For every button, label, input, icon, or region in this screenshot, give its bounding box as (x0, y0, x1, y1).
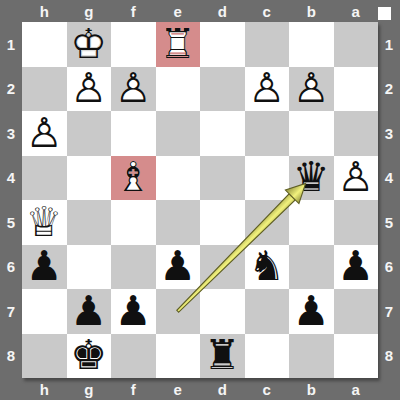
board-frame: hgfedcba hgfedcba 12345678 12345678 ♚♔♜♖… (0, 0, 400, 400)
piece-glyph: ♖ (159, 24, 196, 65)
piece-glyph: ♙ (248, 68, 285, 109)
square-e5[interactable] (156, 200, 201, 245)
square-f8[interactable] (111, 334, 156, 379)
square-a3[interactable] (334, 111, 379, 156)
rank-label-7: 7 (378, 289, 400, 334)
square-c7[interactable] (245, 289, 290, 334)
square-f7[interactable]: ♟ (111, 289, 156, 334)
white-pawn[interactable]: ♟♙ (337, 157, 374, 198)
white-pawn[interactable]: ♟♙ (70, 68, 107, 109)
rank-label-3: 3 (0, 111, 22, 156)
square-b6[interactable] (289, 245, 334, 290)
black-pawn[interactable]: ♟ (159, 246, 196, 287)
piece-glyph: ♙ (293, 68, 330, 109)
piece-glyph: ♔ (70, 24, 107, 65)
file-label-h: h (22, 0, 67, 22)
square-b3[interactable] (289, 111, 334, 156)
square-a1[interactable] (334, 22, 379, 67)
square-e8[interactable] (156, 334, 201, 379)
square-b4[interactable]: ♛ (289, 156, 334, 201)
square-g6[interactable] (67, 245, 112, 290)
piece-glyph: ♙ (337, 157, 374, 198)
square-a6[interactable]: ♟ (334, 245, 379, 290)
square-f4[interactable]: ♝♗ (111, 156, 156, 201)
square-b5[interactable] (289, 200, 334, 245)
square-c2[interactable]: ♟♙ (245, 67, 290, 112)
file-label-f: f (111, 378, 156, 400)
rank-label-2: 2 (0, 67, 22, 112)
piece-glyph: ♟ (293, 291, 330, 332)
rank-label-3: 3 (378, 111, 400, 156)
black-pawn[interactable]: ♟ (26, 246, 63, 287)
square-b1[interactable] (289, 22, 334, 67)
white-pawn[interactable]: ♟♙ (293, 68, 330, 109)
square-c8[interactable] (245, 334, 290, 379)
rank-label-1: 1 (378, 22, 400, 67)
rank-labels-right: 12345678 (378, 22, 400, 378)
square-h3[interactable]: ♟♙ (22, 111, 67, 156)
square-h5[interactable]: ♛♕ (22, 200, 67, 245)
piece-glyph: ♕ (26, 202, 63, 243)
square-a2[interactable] (334, 67, 379, 112)
square-g2[interactable]: ♟♙ (67, 67, 112, 112)
file-label-a: a (334, 0, 379, 22)
file-label-b: b (289, 378, 334, 400)
square-a7[interactable] (334, 289, 379, 334)
black-queen[interactable]: ♛ (293, 157, 330, 198)
piece-glyph: ♟ (70, 291, 107, 332)
square-g3[interactable] (67, 111, 112, 156)
square-c4[interactable] (245, 156, 290, 201)
square-g7[interactable]: ♟ (67, 289, 112, 334)
square-d2[interactable] (200, 67, 245, 112)
white-king[interactable]: ♚♔ (70, 24, 107, 65)
rank-label-6: 6 (0, 245, 22, 290)
piece-glyph: ♛ (293, 157, 330, 198)
square-f6[interactable] (111, 245, 156, 290)
piece-glyph: ♟ (337, 246, 374, 287)
piece-glyph: ♜ (204, 335, 241, 376)
black-knight[interactable]: ♞ (248, 246, 285, 287)
square-f1[interactable] (111, 22, 156, 67)
piece-glyph: ♚ (70, 335, 107, 376)
file-label-a: a (334, 378, 379, 400)
black-king[interactable]: ♚ (70, 335, 107, 376)
rank-label-8: 8 (378, 334, 400, 379)
square-h1[interactable] (22, 22, 67, 67)
square-c3[interactable] (245, 111, 290, 156)
rank-label-5: 5 (0, 200, 22, 245)
file-labels-bottom: hgfedcba (22, 378, 378, 400)
square-g5[interactable] (67, 200, 112, 245)
file-label-c: c (245, 378, 290, 400)
square-d7[interactable] (200, 289, 245, 334)
piece-glyph: ♞ (248, 246, 285, 287)
square-h2[interactable] (22, 67, 67, 112)
square-b2[interactable]: ♟♙ (289, 67, 334, 112)
square-h7[interactable] (22, 289, 67, 334)
square-g4[interactable] (67, 156, 112, 201)
square-a5[interactable] (334, 200, 379, 245)
square-d6[interactable] (200, 245, 245, 290)
file-label-d: d (200, 0, 245, 22)
white-pawn[interactable]: ♟♙ (26, 113, 63, 154)
white-pawn[interactable]: ♟♙ (248, 68, 285, 109)
square-c5[interactable] (245, 200, 290, 245)
white-bishop[interactable]: ♝♗ (115, 157, 152, 198)
white-square-icon[interactable] (378, 7, 391, 20)
square-e2[interactable] (156, 67, 201, 112)
white-pawn[interactable]: ♟♙ (115, 68, 152, 109)
square-c1[interactable] (245, 22, 290, 67)
square-c6[interactable]: ♞ (245, 245, 290, 290)
piece-glyph: ♙ (70, 68, 107, 109)
square-a4[interactable]: ♟♙ (334, 156, 379, 201)
square-d4[interactable] (200, 156, 245, 201)
rank-label-8: 8 (0, 334, 22, 379)
square-d1[interactable] (200, 22, 245, 67)
rank-label-1: 1 (0, 22, 22, 67)
piece-glyph: ♗ (115, 157, 152, 198)
file-label-b: b (289, 0, 334, 22)
rank-label-5: 5 (378, 200, 400, 245)
square-d8[interactable]: ♜ (200, 334, 245, 379)
file-label-e: e (156, 0, 201, 22)
rank-label-7: 7 (0, 289, 22, 334)
square-h6[interactable]: ♟ (22, 245, 67, 290)
rank-labels-left: 12345678 (0, 22, 22, 378)
piece-glyph: ♟ (115, 291, 152, 332)
file-label-f: f (111, 0, 156, 22)
square-g1[interactable]: ♚♔ (67, 22, 112, 67)
piece-glyph: ♙ (115, 68, 152, 109)
file-label-g: g (67, 378, 112, 400)
file-label-e: e (156, 378, 201, 400)
white-rook[interactable]: ♜♖ (159, 24, 196, 65)
black-pawn[interactable]: ♟ (115, 291, 152, 332)
piece-glyph: ♟ (159, 246, 196, 287)
black-rook[interactable]: ♜ (204, 335, 241, 376)
file-labels-top: hgfedcba (22, 0, 378, 22)
black-pawn[interactable]: ♟ (70, 291, 107, 332)
rank-label-4: 4 (378, 156, 400, 201)
square-d5[interactable] (200, 200, 245, 245)
square-f2[interactable]: ♟♙ (111, 67, 156, 112)
square-h4[interactable] (22, 156, 67, 201)
piece-glyph: ♙ (26, 113, 63, 154)
square-f3[interactable] (111, 111, 156, 156)
rank-label-4: 4 (0, 156, 22, 201)
file-label-h: h (22, 378, 67, 400)
black-pawn[interactable]: ♟ (293, 291, 330, 332)
file-label-c: c (245, 0, 290, 22)
chess-board[interactable]: ♚♔♜♖♟♙♟♙♟♙♟♙♟♙♝♗♛♟♙♛♕♟♟♞♟♟♟♟♚♜ (22, 22, 378, 378)
piece-glyph: ♟ (26, 246, 63, 287)
rank-label-6: 6 (378, 245, 400, 290)
square-d3[interactable] (200, 111, 245, 156)
square-e4[interactable] (156, 156, 201, 201)
square-e3[interactable] (156, 111, 201, 156)
file-label-g: g (67, 0, 112, 22)
square-a8[interactable] (334, 334, 379, 379)
square-e7[interactable] (156, 289, 201, 334)
white-queen[interactable]: ♛♕ (26, 202, 63, 243)
square-g8[interactable]: ♚ (67, 334, 112, 379)
rank-label-2: 2 (378, 67, 400, 112)
square-e6[interactable]: ♟ (156, 245, 201, 290)
black-pawn[interactable]: ♟ (337, 246, 374, 287)
square-b8[interactable] (289, 334, 334, 379)
file-label-d: d (200, 378, 245, 400)
square-b7[interactable]: ♟ (289, 289, 334, 334)
square-e1[interactable]: ♜♖ (156, 22, 201, 67)
square-f5[interactable] (111, 200, 156, 245)
square-h8[interactable] (22, 334, 67, 379)
chess-app: hgfedcba hgfedcba 12345678 12345678 ♚♔♜♖… (0, 0, 400, 400)
